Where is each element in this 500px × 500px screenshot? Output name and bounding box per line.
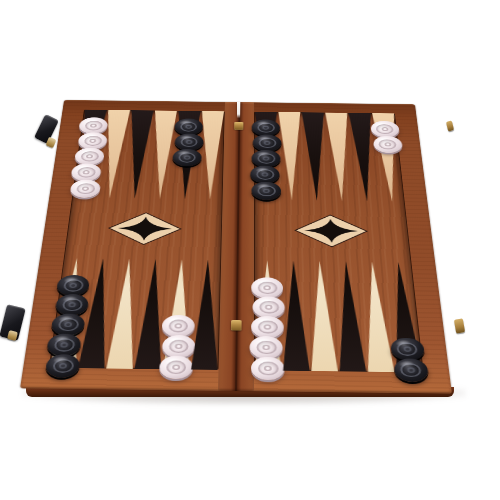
checker-groove bbox=[258, 281, 277, 294]
checker-black[interactable] bbox=[172, 149, 202, 167]
checker-groove bbox=[80, 151, 99, 162]
point-6[interactable] bbox=[254, 257, 282, 371]
checker-black[interactable] bbox=[46, 333, 82, 356]
board-right-half bbox=[254, 112, 424, 373]
hinge-gap bbox=[219, 111, 255, 370]
point-17[interactable] bbox=[172, 111, 201, 203]
board-left-half bbox=[49, 110, 225, 370]
checker-groove bbox=[376, 124, 394, 134]
point-5[interactable] bbox=[280, 257, 310, 371]
point-triangle-dark bbox=[280, 257, 310, 371]
points-row-right-bottom bbox=[254, 257, 424, 372]
point-triangle-light bbox=[197, 111, 224, 203]
point-1[interactable] bbox=[385, 259, 424, 373]
checker-black[interactable] bbox=[45, 354, 81, 378]
checker-groove bbox=[379, 139, 397, 149]
checker-groove bbox=[258, 123, 275, 133]
checker-groove bbox=[257, 341, 277, 355]
backgammon-case bbox=[20, 100, 452, 394]
checker-groove bbox=[178, 152, 196, 163]
checker-groove bbox=[256, 169, 274, 180]
checker-groove bbox=[62, 298, 83, 311]
checker-stack bbox=[159, 315, 195, 379]
checker-groove bbox=[77, 167, 96, 178]
brass-hinge-icon bbox=[234, 122, 243, 130]
checker-white[interactable] bbox=[161, 315, 195, 337]
checker-groove bbox=[84, 136, 102, 146]
product-photo-scene bbox=[0, 0, 500, 500]
checker-white[interactable] bbox=[250, 336, 283, 359]
checker-white[interactable] bbox=[159, 356, 194, 380]
diamond-band-left bbox=[64, 201, 222, 257]
checker-groove bbox=[400, 363, 422, 377]
playing-field bbox=[49, 110, 424, 373]
checker-black[interactable] bbox=[393, 358, 429, 382]
checker-white[interactable] bbox=[251, 357, 285, 381]
checker-white[interactable] bbox=[251, 316, 284, 338]
point-20[interactable] bbox=[278, 112, 305, 204]
checker-black[interactable] bbox=[252, 182, 282, 201]
checker-groove bbox=[258, 320, 278, 333]
point-triangle-dark bbox=[190, 256, 221, 370]
diamond-motif-icon bbox=[293, 213, 370, 248]
checker-groove bbox=[397, 342, 418, 356]
brass-hinge-icon bbox=[454, 318, 465, 333]
checker-groove bbox=[258, 361, 278, 375]
checker-groove bbox=[259, 138, 276, 148]
point-18[interactable] bbox=[197, 111, 224, 203]
checker-groove bbox=[166, 360, 187, 374]
checker-groove bbox=[63, 279, 84, 292]
checker-groove bbox=[85, 121, 103, 131]
checker-groove bbox=[180, 137, 198, 147]
points-row-left-top bbox=[72, 110, 225, 203]
checker-white[interactable] bbox=[373, 136, 403, 153]
checker-groove bbox=[180, 122, 197, 132]
checker-groove bbox=[76, 183, 95, 194]
point-7[interactable] bbox=[190, 256, 221, 370]
checker-groove bbox=[52, 359, 74, 373]
diamond-band-right bbox=[254, 203, 411, 259]
diamond-motif-icon bbox=[105, 211, 183, 246]
checker-white[interactable] bbox=[252, 277, 284, 298]
point-19[interactable] bbox=[254, 112, 279, 204]
checker-groove bbox=[168, 339, 189, 353]
point-triangle-light bbox=[278, 112, 305, 204]
checker-black[interactable] bbox=[390, 338, 425, 361]
brass-hinge-icon bbox=[231, 320, 242, 330]
checker-stack bbox=[370, 121, 402, 153]
checker-groove bbox=[168, 319, 188, 332]
case-wood-frame bbox=[20, 100, 452, 394]
latch-keeper-icon bbox=[46, 137, 57, 148]
checker-groove bbox=[58, 318, 79, 331]
checker-groove bbox=[54, 338, 76, 352]
checker-stack bbox=[390, 338, 428, 382]
points-row-right-top bbox=[254, 112, 405, 205]
gap-slit bbox=[237, 102, 240, 118]
points-row-left-bottom bbox=[49, 255, 221, 370]
hinge-gap-wood bbox=[218, 102, 254, 391]
checker-groove bbox=[259, 301, 278, 314]
checker-groove bbox=[258, 153, 275, 164]
checker-groove bbox=[258, 185, 276, 196]
brass-pin-icon bbox=[446, 120, 454, 131]
